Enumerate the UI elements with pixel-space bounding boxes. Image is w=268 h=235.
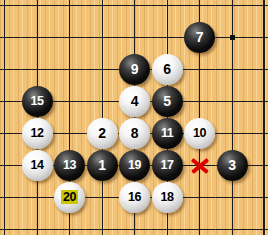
stone-white-4: 4 [119, 86, 150, 117]
intersection-c3-r4[interactable]: 2 [86, 117, 119, 149]
intersection-c6-r2[interactable] [183, 53, 216, 85]
intersection-c7-r4[interactable] [216, 117, 249, 149]
intersection-c6-r0[interactable] [183, 0, 216, 21]
intersection-c4-r1[interactable] [118, 21, 151, 53]
intersection-c3-r3[interactable] [86, 85, 119, 117]
intersection-c3-r0[interactable] [86, 0, 119, 21]
go-board: 7961545122811101413119173201618 [0, 0, 268, 235]
intersection-c7-r3[interactable] [216, 85, 249, 117]
intersection-c7-r5[interactable]: 3 [216, 149, 249, 181]
stone-black-19: 19 [119, 150, 150, 181]
x-mark [189, 154, 211, 176]
intersection-c0-r1[interactable] [0, 21, 21, 53]
move-number: 10 [193, 126, 206, 140]
stone-black-17: 17 [152, 150, 183, 181]
board-right-edge-line [263, 0, 265, 235]
intersection-c1-r7[interactable] [21, 213, 54, 235]
intersection-c1-r4[interactable]: 12 [21, 117, 54, 149]
intersection-c2-r1[interactable] [53, 21, 86, 53]
intersection-c0-r3[interactable] [0, 85, 21, 117]
stone-white-2: 2 [87, 118, 118, 149]
intersection-c8-r2[interactable] [248, 53, 268, 85]
intersection-c4-r6[interactable]: 16 [118, 181, 151, 213]
move-number: 17 [161, 158, 174, 172]
stone-black-9: 9 [119, 54, 150, 85]
intersection-c2-r7[interactable] [53, 213, 86, 235]
intersection-c1-r1[interactable] [21, 21, 54, 53]
move-number: 14 [31, 158, 44, 172]
intersection-c8-r1[interactable] [248, 21, 268, 53]
move-number: 19 [128, 158, 141, 172]
move-number: 6 [163, 62, 170, 76]
stone-white-10: 10 [184, 118, 215, 149]
intersection-c5-r5[interactable]: 17 [151, 149, 184, 181]
intersection-c4-r5[interactable]: 19 [118, 149, 151, 181]
intersection-c7-r6[interactable] [216, 181, 249, 213]
stone-white-20: 20 [54, 182, 85, 213]
intersection-c8-r5[interactable] [248, 149, 268, 181]
intersection-c8-r7[interactable] [248, 213, 268, 235]
intersection-c6-r1[interactable]: 7 [183, 21, 216, 53]
stone-white-8: 8 [119, 118, 150, 149]
stone-black-7: 7 [184, 22, 215, 53]
move-number: 16 [128, 190, 141, 204]
intersection-c0-r7[interactable] [0, 213, 21, 235]
move-number: 11 [161, 126, 173, 140]
intersection-c5-r6[interactable]: 18 [151, 181, 184, 213]
stone-white-6: 6 [152, 54, 183, 85]
intersection-c0-r0[interactable] [0, 0, 21, 21]
stone-black-5: 5 [152, 86, 183, 117]
stone-white-16: 16 [119, 182, 150, 213]
intersection-c2-r5[interactable]: 13 [53, 149, 86, 181]
intersection-c3-r5[interactable]: 1 [86, 149, 119, 181]
intersection-c2-r3[interactable] [53, 85, 86, 117]
star-point [230, 35, 235, 40]
intersection-c2-r6[interactable]: 20 [53, 181, 86, 213]
intersection-c3-r7[interactable] [86, 213, 119, 235]
intersection-c4-r0[interactable] [118, 0, 151, 21]
move-number: 8 [131, 126, 138, 140]
intersection-c4-r3[interactable]: 4 [118, 85, 151, 117]
last-move-number-highlight: 20 [61, 190, 78, 204]
intersection-c5-r2[interactable]: 6 [151, 53, 184, 85]
stone-white-12: 12 [22, 118, 53, 149]
intersection-c1-r6[interactable] [21, 181, 54, 213]
intersection-c7-r0[interactable] [216, 0, 249, 21]
intersection-c5-r3[interactable]: 5 [151, 85, 184, 117]
intersection-c7-r2[interactable] [216, 53, 249, 85]
intersection-c4-r4[interactable]: 8 [118, 117, 151, 149]
board-grid: 7961545122811101413119173201618 [0, 0, 268, 235]
move-number: 3 [228, 158, 235, 172]
intersection-c1-r0[interactable] [21, 0, 54, 21]
intersection-c8-r6[interactable] [248, 181, 268, 213]
move-number: 15 [31, 94, 44, 108]
move-number: 9 [131, 62, 138, 76]
intersection-c7-r7[interactable] [216, 213, 249, 235]
intersection-c6-r7[interactable] [183, 213, 216, 235]
intersection-c7-r1[interactable] [216, 21, 249, 53]
intersection-c5-r0[interactable] [151, 0, 184, 21]
stone-white-14: 14 [22, 150, 53, 181]
intersection-c1-r3[interactable]: 15 [21, 85, 54, 117]
move-number: 2 [98, 126, 105, 140]
move-number: 18 [161, 190, 174, 204]
intersection-c6-r6[interactable] [183, 181, 216, 213]
intersection-c8-r3[interactable] [248, 85, 268, 117]
intersection-c8-r4[interactable] [248, 117, 268, 149]
intersection-c5-r7[interactable] [151, 213, 184, 235]
intersection-c8-r0[interactable] [248, 0, 268, 21]
intersection-c6-r5[interactable] [183, 149, 216, 181]
move-number: 5 [163, 94, 170, 108]
move-number: 12 [31, 126, 44, 140]
stone-white-18: 18 [152, 182, 183, 213]
intersection-c2-r4[interactable] [53, 117, 86, 149]
stone-black-11: 11 [152, 118, 183, 149]
intersection-c4-r7[interactable] [118, 213, 151, 235]
intersection-c5-r1[interactable] [151, 21, 184, 53]
intersection-c6-r4[interactable]: 10 [183, 117, 216, 149]
stone-black-3: 3 [217, 150, 248, 181]
intersection-c1-r5[interactable]: 14 [21, 149, 54, 181]
intersection-c6-r3[interactable] [183, 85, 216, 117]
intersection-c4-r2[interactable]: 9 [118, 53, 151, 85]
intersection-c5-r4[interactable]: 11 [151, 117, 184, 149]
intersection-c0-r6[interactable] [0, 181, 21, 213]
stone-black-1: 1 [87, 150, 118, 181]
intersection-c3-r2[interactable] [86, 53, 119, 85]
intersection-c0-r5[interactable] [0, 149, 21, 181]
intersection-c1-r2[interactable] [21, 53, 54, 85]
stone-black-15: 15 [22, 86, 53, 117]
move-number: 1 [98, 158, 105, 172]
intersection-c2-r2[interactable] [53, 53, 86, 85]
intersection-c0-r4[interactable] [0, 117, 21, 149]
move-number: 7 [196, 30, 203, 44]
stone-black-13: 13 [54, 150, 85, 181]
intersection-c3-r6[interactable] [86, 181, 119, 213]
intersection-c0-r2[interactable] [0, 53, 21, 85]
intersection-c3-r1[interactable] [86, 21, 119, 53]
move-number: 13 [63, 158, 76, 172]
intersection-c2-r0[interactable] [53, 0, 86, 21]
move-number: 4 [131, 94, 138, 108]
